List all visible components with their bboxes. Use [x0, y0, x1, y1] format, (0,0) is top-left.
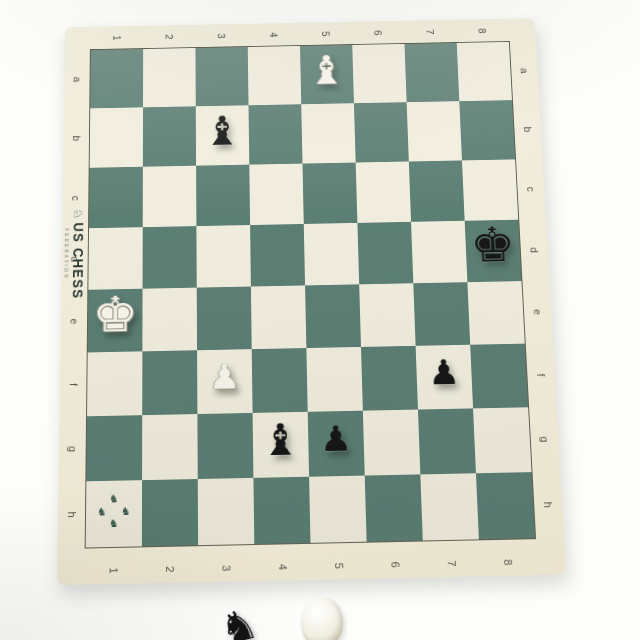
coordinate-label: g	[511, 425, 579, 453]
coordinate-label: 8	[493, 534, 523, 591]
square-b2[interactable]	[143, 106, 196, 166]
rank-labels-bottom: 12345678	[85, 548, 537, 584]
offboard-black-knight[interactable]: ♞	[215, 602, 262, 640]
square-e2[interactable]	[142, 288, 197, 352]
square-h3[interactable]	[198, 478, 255, 545]
piece-black-pawn-g5[interactable]: ♟	[320, 421, 353, 456]
square-h5[interactable]	[309, 476, 367, 543]
us-chess-logo: ♘ US CHESS FEDERATION	[55, 192, 95, 316]
coordinate-label: 4	[261, 11, 287, 60]
square-d4[interactable]	[250, 224, 305, 287]
coordinate-label: 8	[469, 7, 496, 56]
square-c5[interactable]	[302, 163, 357, 224]
square-g2[interactable]	[142, 414, 198, 480]
square-g5[interactable]: ♟	[308, 411, 365, 477]
square-g6[interactable]	[363, 410, 420, 476]
coordinate-label: b	[45, 125, 109, 151]
square-d8[interactable]: ♚	[465, 220, 522, 282]
coordinate-label: 1	[104, 14, 129, 63]
coordinate-label: 6	[381, 536, 410, 593]
square-c2[interactable]	[143, 166, 197, 227]
square-f4[interactable]	[252, 348, 308, 413]
square-h7[interactable]	[420, 473, 479, 540]
square-f3[interactable]: ♟	[197, 349, 253, 414]
square-d3[interactable]	[196, 225, 250, 288]
square-h4[interactable]	[253, 477, 310, 544]
square-d5[interactable]	[304, 223, 359, 286]
coordinate-label: 2	[157, 13, 182, 62]
piece-black-king-d8[interactable]: ♚	[469, 220, 516, 268]
coordinate-label: b	[495, 116, 560, 142]
coordinate-label: a	[493, 58, 557, 84]
coordinate-label: 7	[417, 8, 444, 57]
offboard-white-piece[interactable]	[301, 597, 343, 640]
coordinate-label: 3	[209, 12, 235, 61]
square-g7[interactable]	[418, 408, 476, 474]
square-e6[interactable]	[359, 283, 415, 347]
piece-white-bishop-a5[interactable]: ♝	[307, 50, 346, 90]
coordinate-label: e	[505, 298, 571, 325]
coordinate-label: a	[46, 67, 109, 93]
square-d6[interactable]	[357, 222, 413, 285]
coordinate-label: f	[41, 371, 107, 399]
square-c6[interactable]	[356, 161, 411, 222]
coordinate-label: c	[498, 176, 563, 202]
square-g4[interactable]: ♝	[253, 412, 310, 478]
square-h2[interactable]	[142, 479, 198, 546]
coordinate-label: f	[508, 361, 575, 389]
coordinate-label: g	[39, 435, 106, 464]
square-c7[interactable]	[409, 160, 465, 221]
square-c4[interactable]	[249, 164, 303, 225]
coordinate-label: h	[514, 490, 582, 519]
square-b7[interactable]	[407, 101, 462, 161]
square-b3[interactable]: ♝	[196, 105, 250, 165]
coordinate-label: 2	[156, 541, 183, 598]
square-f6[interactable]	[361, 346, 418, 411]
square-e1[interactable]: ♚	[88, 289, 143, 353]
piece-white-pawn-f3[interactable]: ♟	[209, 360, 241, 395]
square-g3[interactable]	[197, 413, 253, 479]
square-d7[interactable]	[411, 221, 467, 284]
coordinate-label: 4	[269, 539, 297, 596]
square-f5[interactable]	[306, 347, 362, 412]
square-b5[interactable]	[301, 103, 355, 163]
knight-mark-icon: ♞	[105, 515, 122, 532]
coordinate-label: 1	[100, 542, 128, 599]
us-chess-emblem-icon: ♘	[72, 208, 86, 219]
square-a5[interactable]: ♝	[300, 45, 354, 104]
piece-white-king-e1[interactable]: ♚	[92, 289, 138, 338]
square-b6[interactable]	[354, 102, 409, 162]
piece-black-pawn-f7[interactable]: ♟	[428, 355, 461, 390]
us-chess-logo-text: US CHESS	[70, 222, 86, 299]
chess-board: ♝♝♚♚♟♟♝♟	[86, 42, 535, 548]
coordinate-label: 5	[325, 538, 354, 595]
square-h6[interactable]	[365, 474, 423, 541]
square-f7[interactable]: ♟	[416, 345, 473, 410]
square-e4[interactable]	[251, 285, 306, 349]
square-e3[interactable]	[197, 287, 252, 351]
square-c3[interactable]	[196, 165, 250, 226]
piece-black-bishop-b3[interactable]: ♝	[203, 110, 242, 151]
square-e5[interactable]	[305, 284, 361, 348]
square-f2[interactable]	[142, 350, 197, 415]
square-e7[interactable]	[413, 282, 470, 346]
coordinate-label: 7	[437, 535, 466, 592]
square-b4[interactable]	[249, 104, 303, 164]
piece-black-bishop-g4[interactable]: ♝	[260, 417, 301, 461]
coordinate-label: 3	[213, 540, 241, 597]
coordinate-label: 6	[365, 9, 392, 58]
vinyl-chess-mat: 12345678 12345678 abcdefgh abcdefgh ♝♝♚♚…	[57, 18, 566, 585]
square-d2[interactable]	[143, 226, 197, 289]
